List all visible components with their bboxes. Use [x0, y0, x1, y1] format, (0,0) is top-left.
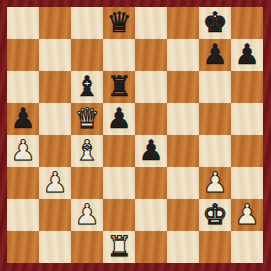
square-d3[interactable] — [103, 167, 135, 199]
black-pawn-g7: ♟ — [202, 39, 227, 71]
square-h8[interactable] — [231, 7, 263, 39]
white-king-g2: ♚ — [202, 199, 227, 231]
black-pawn-d5: ♟ — [106, 103, 131, 135]
square-c1[interactable] — [71, 231, 103, 263]
square-h5[interactable] — [231, 103, 263, 135]
square-h7[interactable]: ♟ — [231, 39, 263, 71]
black-pawn-a5: ♟ — [10, 103, 35, 135]
square-e4[interactable]: ♟ — [135, 135, 167, 167]
square-e1[interactable] — [135, 231, 167, 263]
square-c7[interactable] — [71, 39, 103, 71]
square-b3[interactable]: ♟ — [39, 167, 71, 199]
black-queen-d8: ♛ — [106, 7, 131, 39]
square-d1[interactable]: ♜ — [103, 231, 135, 263]
square-h3[interactable] — [231, 167, 263, 199]
square-e7[interactable] — [135, 39, 167, 71]
square-b5[interactable] — [39, 103, 71, 135]
square-f6[interactable] — [167, 71, 199, 103]
square-a4[interactable]: ♟ — [7, 135, 39, 167]
square-b1[interactable] — [39, 231, 71, 263]
white-queen-c5: ♛ — [74, 103, 99, 135]
square-b2[interactable] — [39, 199, 71, 231]
square-a2[interactable] — [7, 199, 39, 231]
square-c2[interactable]: ♟ — [71, 199, 103, 231]
white-pawn-a4: ♟ — [10, 135, 35, 167]
square-a6[interactable] — [7, 71, 39, 103]
black-pawn-h7: ♟ — [234, 39, 259, 71]
square-a8[interactable] — [7, 7, 39, 39]
square-b4[interactable] — [39, 135, 71, 167]
square-f3[interactable] — [167, 167, 199, 199]
square-d6[interactable]: ♜ — [103, 71, 135, 103]
square-a5[interactable]: ♟ — [7, 103, 39, 135]
white-bishop-c4: ♝ — [74, 135, 99, 167]
square-b7[interactable] — [39, 39, 71, 71]
black-rook-d6: ♜ — [106, 71, 131, 103]
square-f7[interactable] — [167, 39, 199, 71]
square-d7[interactable] — [103, 39, 135, 71]
chess-board: ♛♚♟♟♝♜♟♛♟♟♝♟♟♟♟♚♟♜ — [7, 7, 263, 263]
square-f4[interactable] — [167, 135, 199, 167]
square-f1[interactable] — [167, 231, 199, 263]
square-f2[interactable] — [167, 199, 199, 231]
square-d2[interactable] — [103, 199, 135, 231]
square-c8[interactable] — [71, 7, 103, 39]
square-a3[interactable] — [7, 167, 39, 199]
square-f8[interactable] — [167, 7, 199, 39]
white-pawn-h2: ♟ — [234, 199, 259, 231]
board-frame: ♛♚♟♟♝♜♟♛♟♟♝♟♟♟♟♚♟♜ — [0, 0, 271, 271]
square-g2[interactable]: ♚ — [199, 199, 231, 231]
white-pawn-c2: ♟ — [74, 199, 99, 231]
square-b8[interactable] — [39, 7, 71, 39]
square-c6[interactable]: ♝ — [71, 71, 103, 103]
square-e3[interactable] — [135, 167, 167, 199]
square-e5[interactable] — [135, 103, 167, 135]
square-h4[interactable] — [231, 135, 263, 167]
square-h1[interactable] — [231, 231, 263, 263]
square-g7[interactable]: ♟ — [199, 39, 231, 71]
square-c4[interactable]: ♝ — [71, 135, 103, 167]
square-c3[interactable] — [71, 167, 103, 199]
black-king-g8: ♚ — [202, 7, 227, 39]
square-g5[interactable] — [199, 103, 231, 135]
square-c5[interactable]: ♛ — [71, 103, 103, 135]
square-g4[interactable] — [199, 135, 231, 167]
black-pawn-e4: ♟ — [138, 135, 163, 167]
square-d4[interactable] — [103, 135, 135, 167]
square-g3[interactable]: ♟ — [199, 167, 231, 199]
square-f5[interactable] — [167, 103, 199, 135]
square-g8[interactable]: ♚ — [199, 7, 231, 39]
square-e6[interactable] — [135, 71, 167, 103]
white-pawn-g3: ♟ — [202, 167, 227, 199]
square-e2[interactable] — [135, 199, 167, 231]
white-pawn-b3: ♟ — [42, 167, 67, 199]
square-h2[interactable]: ♟ — [231, 199, 263, 231]
square-d8[interactable]: ♛ — [103, 7, 135, 39]
square-e8[interactable] — [135, 7, 167, 39]
white-rook-d1: ♜ — [106, 231, 131, 263]
square-g1[interactable] — [199, 231, 231, 263]
square-d5[interactable]: ♟ — [103, 103, 135, 135]
square-b6[interactable] — [39, 71, 71, 103]
square-a7[interactable] — [7, 39, 39, 71]
black-bishop-c6: ♝ — [74, 71, 99, 103]
square-a1[interactable] — [7, 231, 39, 263]
square-h6[interactable] — [231, 71, 263, 103]
square-g6[interactable] — [199, 71, 231, 103]
